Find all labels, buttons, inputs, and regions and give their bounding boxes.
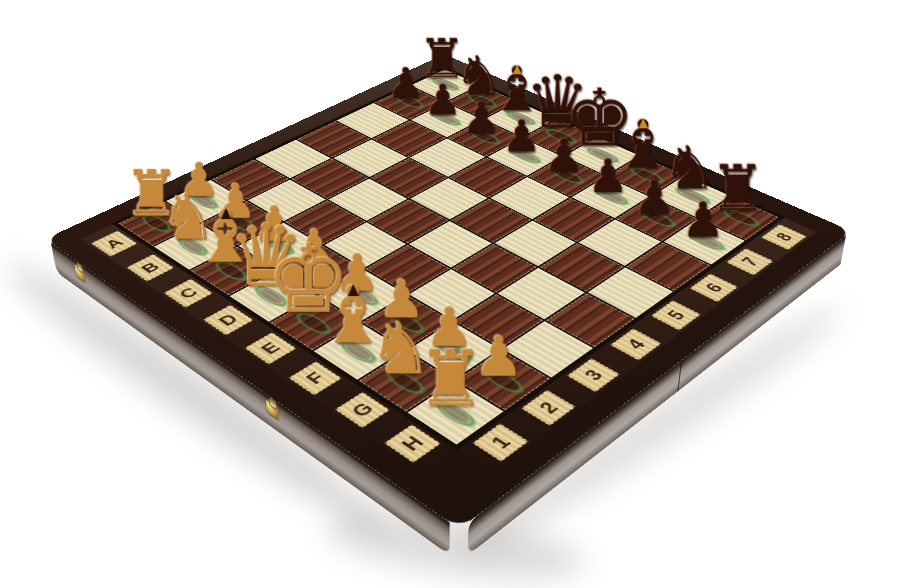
piece-base-shadow xyxy=(581,145,624,166)
pieces-layer: ♜♞♝♛♚♝♞♜♟♟♟♟♟♟♟♟♟♟♟♟♟♟♟♟♜♞♝♛♚♝♞♜ xyxy=(114,68,782,448)
bishop-tip xyxy=(639,118,648,128)
file-label-c: C xyxy=(176,285,201,300)
piece-base-shadow xyxy=(390,92,429,110)
piece-glyph-king: ♚ xyxy=(259,232,358,326)
piece-base-shadow xyxy=(500,109,541,128)
rank-label-6: 6 xyxy=(702,281,726,295)
file-label-a: A xyxy=(102,237,126,251)
piece-base-shadow xyxy=(624,164,669,186)
file-label-f: F xyxy=(302,370,328,387)
piece-base-shadow xyxy=(429,396,483,431)
rank-label-4: 4 xyxy=(623,337,648,352)
brass-clasp-1 xyxy=(74,264,85,282)
piece-glyph-pawn: ♟ xyxy=(156,156,243,202)
rank-label-8: 8 xyxy=(772,231,795,243)
piece-base-shadow xyxy=(463,92,502,110)
file-label-h: H xyxy=(398,433,428,453)
file-label-b: B xyxy=(138,260,163,274)
rank-label-7: 7 xyxy=(738,255,762,268)
piece-base-shadow xyxy=(464,127,505,147)
piece-base-shadow xyxy=(426,109,466,128)
piece-base-shadow xyxy=(504,146,547,167)
piece-base-shadow xyxy=(209,257,254,284)
piece-glyph-bishop: ♝ xyxy=(478,58,557,119)
chess-board: ABCDEFGH 87654321 ♜♞♝♛♚♝♞♜♟♟♟♟♟♟♟♟♟♟♟♟♟♟… xyxy=(45,54,851,529)
piece-base-shadow xyxy=(171,234,214,260)
piece-base-shadow xyxy=(546,165,590,187)
piece-base-shadow xyxy=(257,233,301,259)
piece-base-shadow xyxy=(717,206,765,230)
piece-glyph-bishop: ♝ xyxy=(601,111,685,177)
piece-base-shadow xyxy=(219,210,262,234)
fold-seam-side xyxy=(677,360,682,392)
piece-base-shadow xyxy=(428,335,479,366)
piece-glyph-queen: ♛ xyxy=(517,66,598,138)
file-label-d: D xyxy=(215,312,241,328)
piece-glyph-king: ♚ xyxy=(558,78,641,157)
piece-glyph-pawn: ♟ xyxy=(352,272,451,325)
piece-base-shadow xyxy=(296,256,342,283)
piece-glyph-rook: ♜ xyxy=(107,162,196,225)
rank-label-1: 1 xyxy=(487,433,514,451)
rank-label-5: 5 xyxy=(663,308,688,322)
chess-set-photo: ABCDEFGH 87654321 ♜♞♝♛♚♝♞♜♟♟♟♟♟♟♟♟♟♟♟♟♟♟… xyxy=(0,0,900,588)
piece-base-shadow xyxy=(477,364,530,397)
brass-clasp-2 xyxy=(266,399,279,420)
piece-glyph-knight: ♞ xyxy=(440,49,517,102)
piece-base-shadow xyxy=(183,189,224,212)
piece-base-shadow xyxy=(670,184,716,207)
piece-base-shadow xyxy=(426,75,464,93)
piece-base-shadow xyxy=(682,229,731,254)
piece-base-shadow xyxy=(382,307,431,337)
rank-label-3: 3 xyxy=(580,367,606,383)
piece-base-shadow xyxy=(136,211,178,235)
piece-base-shadow xyxy=(540,126,582,146)
file-label-e: E xyxy=(258,340,284,356)
piece-base-shadow xyxy=(338,281,385,309)
piece-base-shadow xyxy=(248,282,294,310)
piece-base-shadow xyxy=(290,308,338,338)
piece-base-shadow xyxy=(333,336,383,368)
piece-base-shadow xyxy=(589,185,634,208)
piece-base-shadow xyxy=(380,365,432,398)
bishop-tip xyxy=(513,65,522,75)
file-label-g: G xyxy=(348,400,378,420)
scene-3d: ABCDEFGH 87654321 ♜♞♝♛♚♝♞♜♟♟♟♟♟♟♟♟♟♟♟♟♟♟… xyxy=(0,0,900,588)
rank-label-2: 2 xyxy=(535,399,562,416)
piece-base-shadow xyxy=(634,206,681,230)
